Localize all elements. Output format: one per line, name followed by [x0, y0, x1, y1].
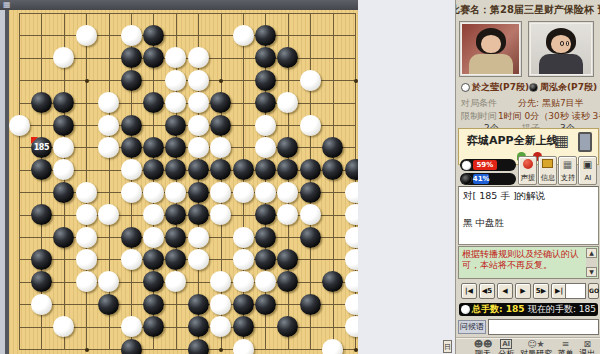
- white-stone: [121, 182, 142, 203]
- black-stone: [165, 159, 186, 180]
- black-stone: [277, 137, 298, 158]
- white-vote-bar: 59%: [460, 159, 516, 171]
- white-stone: [76, 204, 97, 225]
- white-stone: [143, 227, 164, 248]
- move-number-input[interactable]: [565, 283, 586, 299]
- white-stone: [165, 70, 186, 91]
- go-button[interactable]: GO: [588, 283, 599, 299]
- grid-line-vertical: [333, 13, 334, 350]
- support-button[interactable]: ▦ 支持: [558, 156, 577, 185]
- white-stone: [210, 294, 231, 315]
- white-stone: [210, 316, 231, 337]
- black-stone: [277, 316, 298, 337]
- glasses: [553, 41, 569, 46]
- black-stone: [255, 70, 276, 91]
- white-stone: [300, 204, 321, 225]
- match-title: 比赛名：第28届三星财产保险杯 预选赛: [455, 3, 600, 17]
- greeting-phrases-button[interactable]: 问候语: [458, 320, 486, 334]
- white-stone: [165, 92, 186, 113]
- commentary-line2: 黑 中盘胜: [463, 217, 594, 230]
- commentary-box[interactable]: 对[ 185 手 ]的解说 黑 中盘胜: [458, 186, 599, 245]
- white-stone: [76, 249, 97, 270]
- black-stone: [255, 294, 276, 315]
- white-stone: [165, 271, 186, 292]
- white-stone: [188, 137, 209, 158]
- nav-forward5-button[interactable]: 5▶: [533, 283, 549, 299]
- info-button[interactable]: 信息: [538, 156, 557, 185]
- white-stone: [233, 249, 254, 270]
- black-stone: [143, 92, 164, 113]
- black-stone: [188, 339, 209, 354]
- white-stone: [322, 339, 343, 354]
- black-stone: [188, 204, 209, 225]
- black-stone: [277, 47, 298, 68]
- white-stone: [188, 92, 209, 113]
- black-stone: [277, 249, 298, 270]
- black-stone: [255, 249, 276, 270]
- black-stone: [121, 339, 142, 354]
- game-research-button[interactable]: ☺★ 对局研究: [520, 338, 552, 354]
- current-moves: 现在的手数: 185: [528, 303, 596, 316]
- white-stone: [210, 204, 231, 225]
- white-stone: [76, 227, 97, 248]
- black-stone: [300, 182, 321, 203]
- white-stone: [255, 182, 276, 203]
- white-stone-icon: [461, 160, 472, 171]
- window-system-icon: ▦: [3, 1, 11, 9]
- conditions-label: 对局条件: [461, 97, 497, 110]
- black-stone: [165, 227, 186, 248]
- black-stone: [121, 137, 142, 158]
- white-vote-fill: 59%: [473, 160, 497, 170]
- cheer-button[interactable]: 声援: [518, 156, 537, 185]
- black-stone: [53, 92, 74, 113]
- nav-back5-button[interactable]: ◀5: [479, 283, 495, 299]
- white-stone: [277, 92, 298, 113]
- bottom-toolbar: ☻☻ 聊天 AI 分析 ☺★ 对局研究 ≡ 菜单 ⊠ 退出: [456, 337, 600, 354]
- black-stone: [143, 316, 164, 337]
- black-player-name: 周泓余(P7段): [540, 81, 597, 94]
- black-stone: [143, 249, 164, 270]
- ai-chip-icon: ▣: [583, 159, 592, 170]
- black-stone: [300, 227, 321, 248]
- black-stone: [121, 47, 142, 68]
- black-vote-fill: 41%: [473, 174, 489, 184]
- black-stone: [121, 115, 142, 136]
- research-icon: ☺★: [527, 339, 544, 349]
- white-player-photo: [459, 21, 522, 77]
- white-stone: [188, 249, 209, 270]
- black-stone: [98, 294, 119, 315]
- white-stone-icon: [461, 83, 470, 92]
- black-stone: [255, 159, 276, 180]
- white-player-name-row: 於之莹(P7段): [461, 81, 529, 93]
- white-stone: [143, 204, 164, 225]
- white-stone: [233, 339, 254, 354]
- black-stone: [53, 115, 74, 136]
- star-point: [85, 348, 89, 352]
- black-stone: [165, 249, 186, 270]
- notice-scrollbar[interactable]: ▲ ▼: [586, 248, 597, 277]
- white-stone: [53, 316, 74, 337]
- black-stone: [277, 271, 298, 292]
- black-stone: [210, 92, 231, 113]
- black-stone: [143, 137, 164, 158]
- white-stone: [233, 25, 254, 46]
- ai-button[interactable]: ▣ AI: [578, 156, 597, 185]
- white-stone: [277, 204, 298, 225]
- gift-box-icon: [542, 159, 553, 168]
- exit-icon: ⊠: [584, 339, 592, 349]
- white-player-photo-image: [461, 23, 520, 75]
- black-stone: [31, 271, 52, 292]
- white-stone: [233, 182, 254, 203]
- grid-line-horizontal: [19, 35, 356, 36]
- black-stone: [255, 25, 276, 46]
- white-stone: [300, 70, 321, 91]
- white-stone: [188, 47, 209, 68]
- total-moves: 总手数: 185: [472, 303, 525, 316]
- white-stone: [300, 115, 321, 136]
- board-window-left-border: [0, 10, 9, 354]
- black-stone: [322, 271, 343, 292]
- black-stone: [143, 25, 164, 46]
- black-stone: [31, 204, 52, 225]
- black-stone: [143, 271, 164, 292]
- nav-back-button[interactable]: ◀: [497, 283, 513, 299]
- black-stone: [300, 294, 321, 315]
- black-stone: [165, 204, 186, 225]
- black-stone-icon: [461, 174, 472, 185]
- app-banner-text: 弈城APP全新上线: [467, 133, 558, 148]
- commentary-line1: 对[ 185 手 ]的解说: [463, 190, 594, 203]
- screen: ▦ 185 比赛名：第28届三星财产保险杯 预选赛 於之莹(P7段): [0, 0, 600, 354]
- white-stone: [210, 271, 231, 292]
- notice-text: 根据转播规则以及经确认的认可，本站将不再反复。: [462, 249, 579, 270]
- window-gap: [358, 0, 455, 354]
- white-stone: [98, 137, 119, 158]
- black-stone: [121, 70, 142, 91]
- white-stone: [121, 249, 142, 270]
- black-stone: [255, 47, 276, 68]
- white-player-name: 於之莹(P7段): [472, 81, 529, 94]
- white-stone: [210, 137, 231, 158]
- chat-button[interactable]: ☻☻ 聊天: [474, 338, 493, 354]
- white-stone: [121, 25, 142, 46]
- grid-line-vertical: [19, 13, 20, 350]
- star-point: [85, 79, 89, 83]
- white-stone: [76, 271, 97, 292]
- black-stone: [53, 227, 74, 248]
- go-board[interactable]: 185: [9, 10, 358, 354]
- black-stone: [31, 249, 52, 270]
- black-stone: [121, 227, 142, 248]
- white-stone: [98, 115, 119, 136]
- black-player-photo-image: [530, 23, 592, 75]
- phone-icon: [578, 132, 592, 152]
- black-stone: [143, 294, 164, 315]
- white-stone: [255, 115, 276, 136]
- white-stone: [255, 137, 276, 158]
- white-stone: [165, 47, 186, 68]
- white-stone: [345, 294, 359, 315]
- black-stone: [143, 47, 164, 68]
- white-stone: [188, 227, 209, 248]
- white-stone: [345, 182, 359, 203]
- white-stone: [345, 249, 359, 270]
- white-stone: [233, 271, 254, 292]
- time-limit-value: 1时间 0分（30秒 读秒 3番）: [498, 110, 600, 123]
- black-stone: [255, 204, 276, 225]
- tomato-icon: [523, 159, 533, 169]
- move-number-marker: 185: [31, 137, 52, 158]
- move-count-bar: 总手数: 185 现在的手数: 185: [459, 303, 598, 316]
- game-info-panel: 比赛名：第28届三星财产保险杯 预选赛 於之莹(P7段) 周泓余(P7段): [455, 0, 600, 354]
- star-point: [219, 348, 223, 352]
- white-stone: [76, 25, 97, 46]
- grid-icon: ▦: [563, 159, 572, 170]
- black-stone: [31, 159, 52, 180]
- black-stone: [233, 294, 254, 315]
- black-stone: [233, 159, 254, 180]
- notice-box: 根据转播规则以及经确认的认可，本站将不再反复。 ▲ ▼: [458, 246, 599, 279]
- black-stone: [277, 159, 298, 180]
- star-point: [219, 79, 223, 83]
- black-stone: [165, 137, 186, 158]
- black-stone: [322, 137, 343, 158]
- black-stone: [165, 115, 186, 136]
- white-stone: [9, 115, 30, 136]
- mini-side-button[interactable]: 日: [443, 340, 452, 353]
- black-player-photo: [528, 21, 594, 77]
- black-stone: [322, 159, 343, 180]
- white-stone: [345, 271, 359, 292]
- ai-analysis-button[interactable]: AI 分析: [498, 338, 514, 354]
- star-point: [354, 79, 358, 83]
- people-icon: ☻☻: [474, 339, 493, 349]
- white-stone: [345, 316, 359, 337]
- white-stone: [98, 92, 119, 113]
- grid-line-horizontal: [19, 13, 356, 14]
- white-stone: [165, 182, 186, 203]
- black-stone: [210, 115, 231, 136]
- black-stone: [255, 92, 276, 113]
- conditions-value: 分先: 黑贴7目半: [518, 97, 584, 110]
- white-stone: [345, 227, 359, 248]
- black-stone: [31, 92, 52, 113]
- white-stone: [98, 271, 119, 292]
- exit-button[interactable]: ⊠ 退出: [579, 338, 595, 354]
- black-stone: [345, 159, 359, 180]
- black-stone: [188, 182, 209, 203]
- menu-icon: ≡: [562, 339, 570, 349]
- black-stone: [300, 159, 321, 180]
- white-stone: [277, 182, 298, 203]
- white-stone: [345, 204, 359, 225]
- nav-forward-button[interactable]: ▶: [515, 283, 531, 299]
- white-stone: [76, 182, 97, 203]
- white-stone: [233, 227, 254, 248]
- white-stone: [53, 47, 74, 68]
- torso: [469, 54, 513, 75]
- face: [481, 35, 501, 53]
- white-stone: [98, 204, 119, 225]
- black-stone: [143, 159, 164, 180]
- white-stone-icon: [461, 305, 470, 314]
- white-stone: [31, 294, 52, 315]
- black-stone: 185: [31, 137, 52, 158]
- white-stone: [121, 316, 142, 337]
- black-player-name-row: 周泓余(P7段): [529, 81, 597, 93]
- scroll-down-button[interactable]: ▼: [586, 267, 597, 277]
- chat-input[interactable]: [488, 319, 599, 335]
- scroll-up-button[interactable]: ▲: [586, 248, 597, 258]
- star-point: [354, 348, 358, 352]
- white-stone: [210, 182, 231, 203]
- white-stone: [121, 159, 142, 180]
- grid-line-horizontal: [19, 282, 356, 283]
- white-stone: [143, 182, 164, 203]
- white-stone: [53, 137, 74, 158]
- qr-code-icon: ▦: [554, 132, 572, 150]
- black-stone-icon: [529, 83, 538, 92]
- white-stone: [188, 70, 209, 91]
- black-stone: [188, 159, 209, 180]
- board-window-titlebar: ▦: [0, 0, 358, 10]
- nav-first-button[interactable]: |◀: [461, 283, 477, 299]
- white-stone: [53, 159, 74, 180]
- black-stone: [53, 182, 74, 203]
- black-vote-bar: 41%: [460, 173, 516, 185]
- black-stone: [210, 159, 231, 180]
- black-stone: [255, 227, 276, 248]
- ai-icon: AI: [500, 339, 512, 349]
- white-stone: [188, 115, 209, 136]
- black-stone: [188, 294, 209, 315]
- white-stone: [255, 271, 276, 292]
- torso: [539, 54, 583, 75]
- black-stone: [233, 316, 254, 337]
- board-window: ▦ 185: [0, 0, 358, 354]
- menu-button[interactable]: ≡ 菜单: [558, 338, 574, 354]
- black-stone: [188, 316, 209, 337]
